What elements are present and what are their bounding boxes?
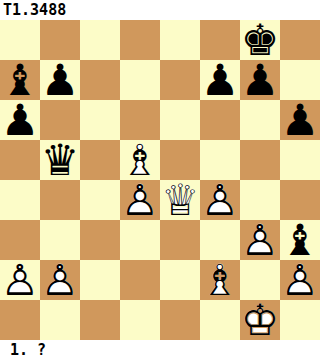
- square-e4[interactable]: ♛♕: [160, 180, 200, 220]
- piece-black-bishop[interactable]: ♝: [280, 220, 320, 260]
- square-d4[interactable]: ♟♙: [120, 180, 160, 220]
- piece-black-pawn[interactable]: ♟: [240, 60, 280, 100]
- square-h4[interactable]: [280, 180, 320, 220]
- square-c3[interactable]: [80, 220, 120, 260]
- square-h8[interactable]: [280, 20, 320, 60]
- piece-white-pawn[interactable]: ♟♙: [120, 180, 160, 220]
- piece-white-pawn[interactable]: ♟♙: [0, 260, 40, 300]
- square-e2[interactable]: [160, 260, 200, 300]
- square-g5[interactable]: [240, 140, 280, 180]
- square-f4[interactable]: ♟♙: [200, 180, 240, 220]
- piece-white-pawn[interactable]: ♟♙: [200, 180, 240, 220]
- square-f6[interactable]: [200, 100, 240, 140]
- square-g2[interactable]: [240, 260, 280, 300]
- move-prompt: 1. ?: [10, 341, 46, 359]
- puzzle-title: T1.3488: [3, 1, 66, 19]
- square-d5[interactable]: ♝♗: [120, 140, 160, 180]
- square-c7[interactable]: [80, 60, 120, 100]
- square-c6[interactable]: [80, 100, 120, 140]
- square-d7[interactable]: [120, 60, 160, 100]
- square-a8[interactable]: [0, 20, 40, 60]
- square-a1[interactable]: [0, 300, 40, 340]
- piece-outline: ♙: [280, 260, 320, 300]
- square-a7[interactable]: ♝: [0, 60, 40, 100]
- square-b4[interactable]: [40, 180, 80, 220]
- piece-outline: ♙: [200, 180, 240, 220]
- square-f5[interactable]: [200, 140, 240, 180]
- square-f3[interactable]: [200, 220, 240, 260]
- piece-black-pawn[interactable]: ♟: [40, 60, 80, 100]
- square-b6[interactable]: [40, 100, 80, 140]
- square-h3[interactable]: ♝: [280, 220, 320, 260]
- square-c2[interactable]: [80, 260, 120, 300]
- piece-outline: ♔: [240, 300, 280, 340]
- square-h1[interactable]: [280, 300, 320, 340]
- square-a4[interactable]: [0, 180, 40, 220]
- square-d1[interactable]: [120, 300, 160, 340]
- square-f7[interactable]: ♟: [200, 60, 240, 100]
- piece-white-queen[interactable]: ♛♕: [160, 180, 200, 220]
- piece-black-king[interactable]: ♚: [240, 20, 280, 60]
- square-a3[interactable]: [0, 220, 40, 260]
- square-e5[interactable]: [160, 140, 200, 180]
- piece-black-queen[interactable]: ♛: [40, 140, 80, 180]
- square-f2[interactable]: ♝♗: [200, 260, 240, 300]
- square-c5[interactable]: [80, 140, 120, 180]
- piece-outline: ♗: [120, 140, 160, 180]
- square-d6[interactable]: [120, 100, 160, 140]
- square-f1[interactable]: [200, 300, 240, 340]
- piece-white-pawn[interactable]: ♟♙: [240, 220, 280, 260]
- square-e6[interactable]: [160, 100, 200, 140]
- square-e8[interactable]: [160, 20, 200, 60]
- piece-white-bishop[interactable]: ♝♗: [200, 260, 240, 300]
- square-a6[interactable]: ♟: [0, 100, 40, 140]
- square-h5[interactable]: [280, 140, 320, 180]
- square-c8[interactable]: [80, 20, 120, 60]
- piece-white-bishop[interactable]: ♝♗: [120, 140, 160, 180]
- piece-black-bishop[interactable]: ♝: [0, 60, 40, 100]
- square-g3[interactable]: ♟♙: [240, 220, 280, 260]
- square-b2[interactable]: ♟♙: [40, 260, 80, 300]
- piece-black-pawn[interactable]: ♟: [200, 60, 240, 100]
- square-e1[interactable]: [160, 300, 200, 340]
- piece-black-pawn[interactable]: ♟: [280, 100, 320, 140]
- square-g6[interactable]: [240, 100, 280, 140]
- piece-outline: ♙: [240, 220, 280, 260]
- square-e3[interactable]: [160, 220, 200, 260]
- square-h6[interactable]: ♟: [280, 100, 320, 140]
- square-a2[interactable]: ♟♙: [0, 260, 40, 300]
- square-c1[interactable]: [80, 300, 120, 340]
- piece-white-pawn[interactable]: ♟♙: [40, 260, 80, 300]
- square-d3[interactable]: [120, 220, 160, 260]
- square-h7[interactable]: [280, 60, 320, 100]
- square-g4[interactable]: [240, 180, 280, 220]
- chess-board: ♚♝♟♟♟♟♟♛♝♗♟♙♛♕♟♙♟♙♝♟♙♟♙♝♗♟♙♚♔: [0, 20, 320, 340]
- square-d8[interactable]: [120, 20, 160, 60]
- square-g7[interactable]: ♟: [240, 60, 280, 100]
- piece-black-pawn[interactable]: ♟: [0, 100, 40, 140]
- piece-outline: ♙: [120, 180, 160, 220]
- square-g8[interactable]: ♚: [240, 20, 280, 60]
- piece-outline: ♗: [200, 260, 240, 300]
- square-h2[interactable]: ♟♙: [280, 260, 320, 300]
- piece-outline: ♙: [0, 260, 40, 300]
- square-g1[interactable]: ♚♔: [240, 300, 280, 340]
- piece-outline: ♙: [40, 260, 80, 300]
- square-b1[interactable]: [40, 300, 80, 340]
- piece-outline: ♕: [160, 180, 200, 220]
- piece-white-pawn[interactable]: ♟♙: [280, 260, 320, 300]
- square-c4[interactable]: [80, 180, 120, 220]
- square-b8[interactable]: [40, 20, 80, 60]
- square-f8[interactable]: [200, 20, 240, 60]
- square-e7[interactable]: [160, 60, 200, 100]
- piece-white-king[interactable]: ♚♔: [240, 300, 280, 340]
- square-b5[interactable]: ♛: [40, 140, 80, 180]
- square-d2[interactable]: [120, 260, 160, 300]
- square-b3[interactable]: [40, 220, 80, 260]
- square-a5[interactable]: [0, 140, 40, 180]
- square-b7[interactable]: ♟: [40, 60, 80, 100]
